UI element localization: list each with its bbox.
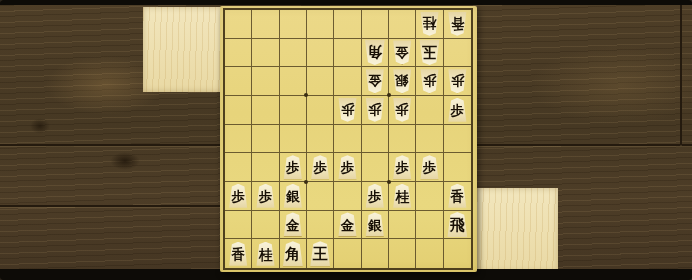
square-8h[interactable]	[252, 211, 279, 240]
square-2c[interactable]: 歩	[416, 67, 443, 96]
square-5d[interactable]: 歩	[334, 96, 361, 125]
sente-lance[interactable]: 香	[447, 184, 468, 208]
sente-silver[interactable]: 銀	[364, 212, 385, 236]
square-9a[interactable]	[225, 10, 252, 39]
square-4b[interactable]: 角	[362, 39, 389, 68]
piece-kanji: 歩	[395, 161, 409, 175]
gote-pawn[interactable]: 歩	[337, 98, 358, 122]
square-9h[interactable]	[225, 211, 252, 240]
sente-pawn[interactable]: 歩	[392, 155, 413, 179]
sente-lance[interactable]: 香	[228, 242, 249, 266]
gote-pawn[interactable]: 歩	[419, 69, 440, 93]
square-9e[interactable]	[225, 125, 252, 154]
shogi-board-grid: 桂香角金玉金銀歩歩歩歩歩歩歩歩歩歩歩歩歩銀歩桂香金金銀飛香桂角王	[223, 8, 473, 270]
gote-lance[interactable]: 香	[447, 12, 468, 36]
square-7i[interactable]: 角	[280, 239, 307, 268]
square-8e[interactable]	[252, 125, 279, 154]
piece-kanji: 王	[313, 247, 328, 262]
square-7e[interactable]	[280, 125, 307, 154]
sente-bishop[interactable]: 角	[281, 241, 304, 266]
square-6f[interactable]: 歩	[307, 153, 334, 182]
piece-kanji: 歩	[368, 102, 382, 116]
piece-kanji: 歩	[313, 161, 327, 175]
square-1b[interactable]	[444, 39, 471, 68]
square-9i[interactable]: 香	[225, 239, 252, 268]
piece-kanji: 歩	[423, 73, 437, 87]
star-point	[387, 93, 391, 97]
square-2b[interactable]: 玉	[416, 39, 443, 68]
square-1g[interactable]: 香	[444, 182, 471, 211]
square-4g[interactable]: 歩	[362, 182, 389, 211]
piece-kanji: 桂	[423, 16, 437, 30]
shogi-board: 桂香角金玉金銀歩歩歩歩歩歩歩歩歩歩歩歩歩銀歩桂香金金銀飛香桂角王	[220, 6, 477, 272]
square-7c[interactable]	[280, 67, 307, 96]
piece-kanji: 歩	[368, 190, 382, 204]
square-6b[interactable]	[307, 39, 334, 68]
square-6i[interactable]: 王	[307, 239, 334, 268]
piece-kanji: 香	[451, 190, 465, 204]
square-9d[interactable]	[225, 96, 252, 125]
square-4d[interactable]: 歩	[362, 96, 389, 125]
square-3b[interactable]: 金	[389, 39, 416, 68]
square-6d[interactable]	[307, 96, 334, 125]
square-2a[interactable]: 桂	[416, 10, 443, 39]
sente-pawn[interactable]: 歩	[310, 155, 331, 179]
plank-seam	[0, 205, 222, 207]
piece-kanji: 金	[368, 73, 382, 87]
square-7h[interactable]: 金	[280, 211, 307, 240]
square-9f[interactable]	[225, 153, 252, 182]
piece-kanji: 金	[286, 219, 300, 233]
piece-kanji: 銀	[286, 190, 300, 204]
square-4f[interactable]	[362, 153, 389, 182]
gote-bishop[interactable]: 角	[363, 40, 386, 65]
square-3f[interactable]: 歩	[389, 153, 416, 182]
gote-gold[interactable]: 金	[392, 40, 413, 64]
square-8b[interactable]	[252, 39, 279, 68]
piece-kanji: 香	[231, 248, 245, 262]
square-2f[interactable]: 歩	[416, 153, 443, 182]
gote-pawn[interactable]: 歩	[392, 98, 413, 122]
piece-kanji: 歩	[423, 161, 437, 175]
sente-pawn[interactable]: 歩	[337, 155, 358, 179]
piece-kanji: 角	[367, 44, 382, 59]
square-9g[interactable]: 歩	[225, 182, 252, 211]
gote-silver[interactable]: 銀	[392, 69, 413, 93]
piece-kanji: 歩	[451, 73, 465, 87]
square-7d[interactable]	[280, 96, 307, 125]
piece-kanji: 香	[451, 16, 465, 30]
piece-kanji: 歩	[286, 161, 300, 175]
square-1f[interactable]	[444, 153, 471, 182]
square-7f[interactable]: 歩	[280, 153, 307, 182]
star-point	[387, 180, 391, 184]
square-6e[interactable]	[307, 125, 334, 154]
square-4h[interactable]: 銀	[362, 211, 389, 240]
square-7a[interactable]	[280, 10, 307, 39]
square-5h[interactable]: 金	[334, 211, 361, 240]
square-5c[interactable]	[334, 67, 361, 96]
piece-kanji: 玉	[422, 44, 437, 59]
piece-kanji: 金	[341, 219, 355, 233]
piece-kanji: 歩	[231, 190, 245, 204]
piece-kanji: 歩	[341, 102, 355, 116]
piece-kanji: 角	[285, 247, 300, 262]
square-8g[interactable]: 歩	[252, 182, 279, 211]
square-1d[interactable]: 歩	[444, 96, 471, 125]
gote-pawn[interactable]: 歩	[364, 98, 385, 122]
square-5e[interactable]	[334, 125, 361, 154]
sente-pawn[interactable]: 歩	[364, 184, 385, 208]
square-5f[interactable]: 歩	[334, 153, 361, 182]
square-3d[interactable]: 歩	[389, 96, 416, 125]
square-2i[interactable]	[416, 239, 443, 268]
sente-king[interactable]: 王	[309, 241, 332, 266]
square-2d[interactable]	[416, 96, 443, 125]
square-8d[interactable]	[252, 96, 279, 125]
photo-scene: 桂香角金玉金銀歩歩歩歩歩歩歩歩歩歩歩歩歩銀歩桂香金金銀飛香桂角王	[0, 0, 692, 280]
gote-knight[interactable]: 桂	[419, 12, 440, 36]
square-6h[interactable]	[307, 211, 334, 240]
square-9c[interactable]	[225, 67, 252, 96]
square-1h[interactable]: 飛	[444, 211, 471, 240]
sente-rook[interactable]: 飛	[446, 212, 469, 237]
square-8a[interactable]	[252, 10, 279, 39]
star-point	[304, 180, 308, 184]
square-6a[interactable]	[307, 10, 334, 39]
square-6c[interactable]	[307, 67, 334, 96]
sente-gold[interactable]: 金	[282, 212, 303, 236]
sente-knight[interactable]: 桂	[255, 242, 276, 266]
square-2e[interactable]	[416, 125, 443, 154]
square-8c[interactable]	[252, 67, 279, 96]
square-7g[interactable]: 銀	[280, 182, 307, 211]
photo-edge-top	[0, 0, 692, 5]
square-5g[interactable]	[334, 182, 361, 211]
piece-kanji: 銀	[368, 219, 382, 233]
square-3e[interactable]	[389, 125, 416, 154]
sente-pawn[interactable]: 歩	[419, 155, 440, 179]
piece-kanji: 銀	[395, 73, 409, 87]
plank-seam	[680, 5, 682, 145]
square-3h[interactable]	[389, 211, 416, 240]
square-3a[interactable]	[389, 10, 416, 39]
gote-king[interactable]: 玉	[418, 40, 441, 65]
square-4c[interactable]: 金	[362, 67, 389, 96]
square-9b[interactable]	[225, 39, 252, 68]
square-3g[interactable]: 桂	[389, 182, 416, 211]
square-8i[interactable]: 桂	[252, 239, 279, 268]
piece-kanji: 金	[395, 45, 409, 59]
square-4a[interactable]	[362, 10, 389, 39]
square-8f[interactable]	[252, 153, 279, 182]
piece-kanji: 飛	[450, 218, 465, 233]
sente-pawn[interactable]: 歩	[255, 184, 276, 208]
star-point	[304, 93, 308, 97]
square-2h[interactable]	[416, 211, 443, 240]
light-plank-top-left	[143, 7, 223, 92]
sente-gold[interactable]: 金	[337, 212, 358, 236]
piece-kanji: 歩	[395, 102, 409, 116]
piece-kanji: 歩	[341, 161, 355, 175]
square-1e[interactable]	[444, 125, 471, 154]
piece-kanji: 歩	[451, 104, 465, 118]
light-plank-right	[477, 188, 558, 272]
sente-pawn[interactable]: 歩	[447, 98, 468, 122]
square-2g[interactable]	[416, 182, 443, 211]
square-5a[interactable]	[334, 10, 361, 39]
sente-pawn[interactable]: 歩	[282, 155, 303, 179]
piece-kanji: 桂	[259, 248, 273, 262]
square-1a[interactable]: 香	[444, 10, 471, 39]
gote-pawn[interactable]: 歩	[447, 69, 468, 93]
square-7b[interactable]	[280, 39, 307, 68]
sente-silver[interactable]: 銀	[282, 184, 303, 208]
square-4i[interactable]	[362, 239, 389, 268]
square-5i[interactable]	[334, 239, 361, 268]
square-1c[interactable]: 歩	[444, 67, 471, 96]
sente-pawn[interactable]: 歩	[228, 184, 249, 208]
piece-kanji: 桂	[395, 190, 409, 204]
square-6g[interactable]	[307, 182, 334, 211]
piece-kanji: 歩	[259, 190, 273, 204]
gote-gold[interactable]: 金	[364, 69, 385, 93]
square-3c[interactable]: 銀	[389, 67, 416, 96]
square-4e[interactable]	[362, 125, 389, 154]
square-5b[interactable]	[334, 39, 361, 68]
sente-knight[interactable]: 桂	[392, 184, 413, 208]
square-3i[interactable]	[389, 239, 416, 268]
square-1i[interactable]	[444, 239, 471, 268]
